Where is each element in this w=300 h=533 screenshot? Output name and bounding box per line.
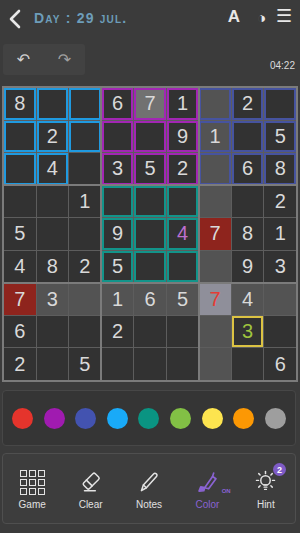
cell-r1c6[interactable]: 1 <box>167 88 199 120</box>
cell-r2c7[interactable]: 1 <box>199 121 231 153</box>
menu-icon[interactable]: ☰ <box>276 7 292 25</box>
page-title: Day : 29 jul. <box>34 10 127 26</box>
palette-dot-1[interactable] <box>12 408 33 429</box>
cell-r4c8[interactable] <box>232 186 264 218</box>
cell-r3c5[interactable]: 5 <box>134 153 166 185</box>
cell-r9c1[interactable]: 2 <box>4 348 36 380</box>
cell-r1c3[interactable] <box>69 88 101 120</box>
timer: 04:22 <box>270 60 295 71</box>
cell-r2c1[interactable] <box>4 121 36 153</box>
cell-r3c6[interactable]: 2 <box>167 153 199 185</box>
pencil-icon <box>136 467 162 495</box>
cell-r1c7[interactable] <box>199 88 231 120</box>
cell-r5c6[interactable]: 4 <box>167 218 199 250</box>
cell-r2c5[interactable] <box>134 121 166 153</box>
cell-r4c5[interactable] <box>134 186 166 218</box>
cell-r7c4[interactable]: 1 <box>102 283 134 315</box>
cell-r2c2[interactable]: 2 <box>37 121 69 153</box>
back-button[interactable] <box>8 9 22 29</box>
cell-r8c8[interactable]: 3 <box>232 316 264 348</box>
cell-r9c3[interactable]: 5 <box>69 348 101 380</box>
cell-r1c2[interactable] <box>37 88 69 120</box>
cell-r9c7[interactable] <box>199 348 231 380</box>
undo-button[interactable]: ↶ <box>17 50 30 69</box>
cell-r2c3[interactable] <box>69 121 101 153</box>
cell-r7c3[interactable] <box>69 283 101 315</box>
cell-r1c9[interactable] <box>264 88 296 120</box>
cell-r6c4[interactable]: 5 <box>102 251 134 283</box>
cell-r8c3[interactable] <box>69 316 101 348</box>
hint-count-badge: 2 <box>273 463 286 476</box>
cell-r7c7[interactable]: 7 <box>199 283 231 315</box>
cell-r3c9[interactable]: 8 <box>264 153 296 185</box>
cell-r4c4[interactable] <box>102 186 134 218</box>
cell-r6c8[interactable]: 9 <box>232 251 264 283</box>
cell-r9c8[interactable] <box>232 348 264 380</box>
color-button[interactable]: ON Color <box>178 467 236 510</box>
cell-r5c2[interactable] <box>37 218 69 250</box>
cell-r6c3[interactable]: 2 <box>69 251 101 283</box>
cell-r3c2[interactable]: 4 <box>37 153 69 185</box>
cell-r9c2[interactable] <box>37 348 69 380</box>
cell-r6c5[interactable] <box>134 251 166 283</box>
app-header: Day : 29 jul. A ◑ ☰ <box>0 0 300 40</box>
cell-r1c1[interactable]: 8 <box>4 88 36 120</box>
cell-r4c9[interactable]: 2 <box>264 186 296 218</box>
game-button[interactable]: Game <box>3 467 61 510</box>
cell-r8c7[interactable] <box>199 316 231 348</box>
notes-label: Notes <box>136 499 162 510</box>
palette-dot-9[interactable] <box>265 408 286 429</box>
bottom-toolbar: Game Clear Notes ON Color <box>2 453 296 524</box>
game-grid-icon <box>20 467 45 495</box>
cell-r7c2[interactable]: 3 <box>37 283 69 315</box>
cell-r6c7[interactable] <box>199 251 231 283</box>
font-size-button[interactable]: A <box>228 8 240 25</box>
cell-r5c5[interactable] <box>134 218 166 250</box>
palette-dot-6[interactable] <box>170 408 191 429</box>
cell-r3c3[interactable] <box>69 153 101 185</box>
cell-r6c2[interactable]: 8 <box>37 251 69 283</box>
cell-r4c7[interactable] <box>199 186 231 218</box>
palette-dot-5[interactable] <box>138 408 159 429</box>
palette-dot-2[interactable] <box>44 408 65 429</box>
cell-r1c8[interactable]: 2 <box>232 88 264 120</box>
clear-button[interactable]: Clear <box>61 467 119 510</box>
cell-r8c9[interactable] <box>264 316 296 348</box>
cell-r4c1[interactable] <box>4 186 36 218</box>
marker-icon <box>194 467 221 495</box>
color-palette <box>2 390 296 446</box>
cell-r8c4[interactable]: 2 <box>102 316 134 348</box>
cell-r1c5[interactable]: 7 <box>134 88 166 120</box>
cell-r6c6[interactable] <box>167 251 199 283</box>
cell-r7c6[interactable]: 5 <box>167 283 199 315</box>
cell-r8c1[interactable]: 6 <box>4 316 36 348</box>
cell-r7c9[interactable] <box>264 283 296 315</box>
cell-r4c2[interactable] <box>37 186 69 218</box>
eraser-icon <box>78 467 104 495</box>
cell-r3c7[interactable] <box>199 153 231 185</box>
cell-r4c6[interactable] <box>167 186 199 218</box>
hint-label: Hint <box>257 499 275 510</box>
cell-r5c9[interactable]: 1 <box>264 218 296 250</box>
cell-r1c4[interactable]: 6 <box>102 88 134 120</box>
contrast-icon[interactable]: ◑ <box>257 10 266 25</box>
palette-dot-4[interactable] <box>107 408 128 429</box>
cell-r9c5[interactable] <box>134 348 166 380</box>
cell-r7c8[interactable]: 4 <box>232 283 264 315</box>
cell-r2c4[interactable] <box>102 121 134 153</box>
clear-label: Clear <box>79 499 103 510</box>
cell-r3c1[interactable] <box>4 153 36 185</box>
game-label: Game <box>19 499 46 510</box>
cell-r7c5[interactable]: 6 <box>134 283 166 315</box>
color-label: Color <box>195 499 219 510</box>
cell-r3c8[interactable]: 6 <box>232 153 264 185</box>
undo-redo-panel: ↶ ↷ <box>3 44 85 75</box>
notes-button[interactable]: Notes <box>120 467 178 510</box>
hint-button[interactable]: 2 Hint <box>237 467 295 510</box>
cell-r5c7[interactable]: 7 <box>199 218 231 250</box>
cell-r6c9[interactable]: 3 <box>264 251 296 283</box>
cell-r7c1[interactable]: 7 <box>4 283 36 315</box>
redo-button[interactable]: ↷ <box>58 50 71 69</box>
cell-r8c6[interactable] <box>167 316 199 348</box>
cell-r5c1[interactable]: 5 <box>4 218 36 250</box>
cell-r9c6[interactable] <box>167 348 199 380</box>
cell-r8c2[interactable] <box>37 316 69 348</box>
cell-r6c1[interactable]: 4 <box>4 251 36 283</box>
cell-r4c3[interactable]: 1 <box>69 186 101 218</box>
cell-r3c4[interactable]: 3 <box>102 153 134 185</box>
cell-r2c9[interactable]: 5 <box>264 121 296 153</box>
cell-r9c4[interactable] <box>102 348 134 380</box>
palette-dot-8[interactable] <box>233 408 254 429</box>
cell-r5c8[interactable]: 8 <box>232 218 264 250</box>
palette-dot-3[interactable] <box>75 408 96 429</box>
cell-r2c8[interactable] <box>232 121 264 153</box>
color-on-indicator: ON <box>222 488 231 494</box>
palette-dot-7[interactable] <box>202 408 223 429</box>
cell-r5c4[interactable]: 9 <box>102 218 134 250</box>
cell-r5c3[interactable] <box>69 218 101 250</box>
cell-r8c5[interactable] <box>134 316 166 348</box>
cell-r2c6[interactable]: 9 <box>167 121 199 153</box>
sudoku-board: 8671229154352681259478148259373165746232… <box>2 86 298 382</box>
cell-r9c9[interactable]: 6 <box>264 348 296 380</box>
